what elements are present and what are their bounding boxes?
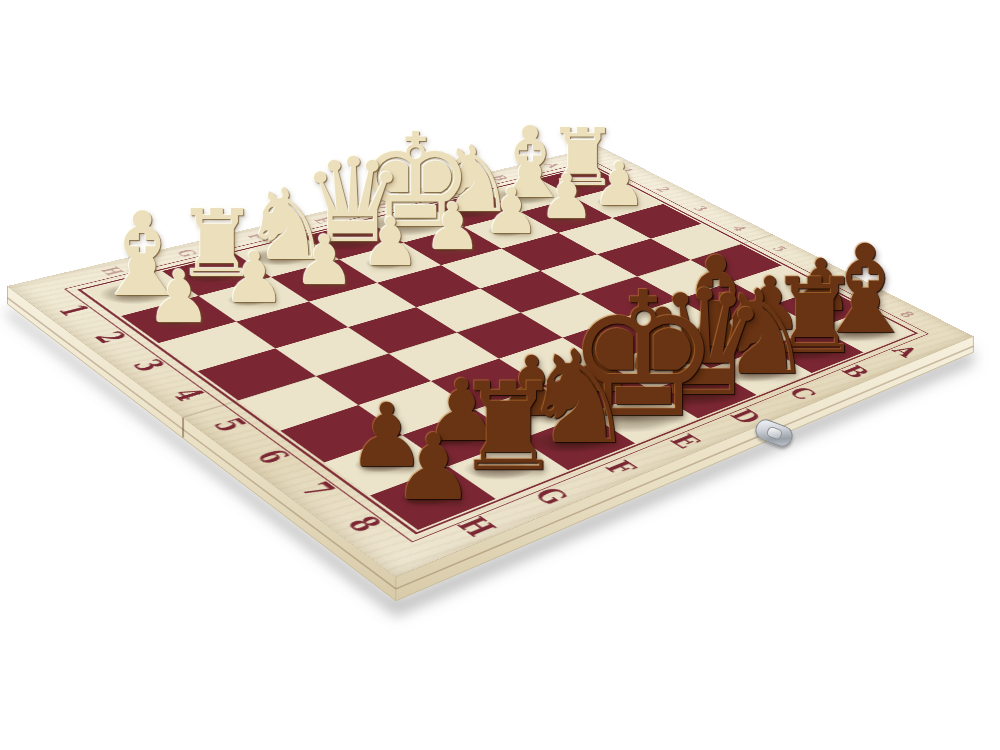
pawn-glyph: ♟ xyxy=(483,174,540,248)
pawn-glyph: ♟ xyxy=(361,204,421,282)
pawn-glyph: ♟ xyxy=(424,188,482,263)
piece-white-pawn-c2[interactable]: ♟ xyxy=(483,180,540,243)
rank-label-near-4: 4 xyxy=(165,386,209,404)
rank-label-near-3: 3 xyxy=(126,357,170,374)
pawn-glyph: ♟ xyxy=(539,161,594,233)
rank-label-near-1: 1 xyxy=(52,303,95,319)
pawn-glyph: ♟ xyxy=(294,220,355,300)
pawn-glyph: ♟ xyxy=(146,255,211,339)
rank-label-near-5: 5 xyxy=(206,415,251,434)
piece-white-pawn-e2[interactable]: ♟ xyxy=(361,210,421,277)
chess-set-photo: 1122334455667788AABBCCDDEEFFGGHH ♜♝♟♞♟♚♟… xyxy=(0,0,1000,750)
rank-label-near-8: 8 xyxy=(340,513,387,536)
piece-white-pawn-h2[interactable]: ♟ xyxy=(146,261,211,334)
pawn-glyph: ♟ xyxy=(222,237,285,319)
piece-white-pawn-f2[interactable]: ♟ xyxy=(294,226,355,295)
piece-white-pawn-b2[interactable]: ♟ xyxy=(539,167,594,229)
rank-label-far-3: 3 xyxy=(690,205,710,212)
clasp-hook-icon xyxy=(766,426,784,442)
pawn-glyph: ♟ xyxy=(592,149,646,219)
rank-label-near-2: 2 xyxy=(88,329,131,345)
piece-white-pawn-g2[interactable]: ♟ xyxy=(222,243,285,314)
pawn-glyph: ♟ xyxy=(392,415,474,522)
rank-label-near-7: 7 xyxy=(294,479,340,500)
rank-label-near-6: 6 xyxy=(249,447,294,467)
rank-label-far-2: 2 xyxy=(653,186,673,193)
piece-white-pawn-d2[interactable]: ♟ xyxy=(424,194,482,259)
piece-dark-pawn-h8[interactable]: ♟ xyxy=(392,423,474,515)
piece-white-pawn-a2[interactable]: ♟ xyxy=(592,154,646,214)
